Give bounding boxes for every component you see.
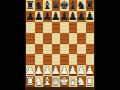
square-h2[interactable]: ♟ [86, 65, 95, 76]
square-e8[interactable]: ♚ [60, 0, 69, 11]
piece-white-pawn: ♟ [77, 65, 86, 76]
piece-white-knight: ♞ [77, 76, 86, 87]
square-f8[interactable]: ♝ [69, 0, 78, 11]
square-d2[interactable]: ♟ [52, 65, 61, 76]
piece-white-pawn: ♟ [52, 65, 61, 76]
square-a2[interactable]: ♟ [26, 65, 35, 76]
piece-black-pawn: ♟ [26, 11, 35, 22]
square-b6[interactable] [35, 22, 44, 33]
square-e4[interactable] [60, 44, 69, 55]
square-g2[interactable]: ♟ [77, 65, 86, 76]
square-a5[interactable] [26, 33, 35, 44]
piece-black-knight: ♞ [35, 0, 44, 11]
square-f1[interactable]: ♝ [69, 76, 78, 87]
square-g1[interactable]: ♞ [77, 76, 86, 87]
square-f7[interactable]: ♟ [69, 11, 78, 22]
piece-black-bishop: ♝ [43, 0, 52, 11]
square-h6[interactable] [86, 22, 95, 33]
piece-black-knight: ♞ [77, 0, 86, 11]
piece-black-queen: ♛ [52, 0, 61, 11]
square-d5[interactable] [52, 33, 61, 44]
square-d7[interactable]: ♟ [52, 11, 61, 22]
square-e7[interactable]: ♟ [60, 11, 69, 22]
square-c4[interactable] [43, 44, 52, 55]
square-h3[interactable] [86, 54, 95, 65]
square-e5[interactable] [60, 33, 69, 44]
square-h1[interactable]: ♜ [86, 76, 95, 87]
square-h5[interactable] [86, 33, 95, 44]
square-a7[interactable]: ♟ [26, 11, 35, 22]
chess-board: ♜♞♝♛♚♝♞♜♟♟♟♟♟♟♟♟♟♟♟♟♟♟♟♟♜♞♝♛♚♝♞♜ [25, 0, 95, 90]
square-e2[interactable]: ♟ [60, 65, 69, 76]
piece-white-pawn: ♟ [69, 65, 78, 76]
square-c2[interactable]: ♟ [43, 65, 52, 76]
piece-black-pawn: ♟ [77, 11, 86, 22]
piece-black-pawn: ♟ [69, 11, 78, 22]
square-f2[interactable]: ♟ [69, 65, 78, 76]
square-c8[interactable]: ♝ [43, 0, 52, 11]
square-c7[interactable]: ♟ [43, 11, 52, 22]
piece-white-bishop: ♝ [43, 76, 52, 87]
square-d6[interactable] [52, 22, 61, 33]
square-b7[interactable]: ♟ [35, 11, 44, 22]
square-b2[interactable]: ♟ [35, 65, 44, 76]
piece-black-king: ♚ [60, 0, 69, 11]
square-f5[interactable] [69, 33, 78, 44]
piece-white-bishop: ♝ [69, 76, 78, 87]
piece-black-bishop: ♝ [69, 0, 78, 11]
piece-black-pawn: ♟ [43, 11, 52, 22]
piece-black-rook: ♜ [86, 0, 95, 11]
square-g3[interactable] [77, 54, 86, 65]
piece-black-pawn: ♟ [60, 11, 69, 22]
piece-black-pawn: ♟ [35, 11, 44, 22]
square-h7[interactable]: ♟ [86, 11, 95, 22]
square-g6[interactable] [77, 22, 86, 33]
square-b1[interactable]: ♞ [35, 76, 44, 87]
square-c6[interactable] [43, 22, 52, 33]
piece-black-rook: ♜ [26, 0, 35, 11]
square-d3[interactable] [52, 54, 61, 65]
piece-white-rook: ♜ [26, 76, 35, 87]
square-a4[interactable] [26, 44, 35, 55]
square-a8[interactable]: ♜ [26, 0, 35, 11]
square-b8[interactable]: ♞ [35, 0, 44, 11]
piece-white-pawn: ♟ [35, 65, 44, 76]
square-b5[interactable] [35, 33, 44, 44]
square-f4[interactable] [69, 44, 78, 55]
square-a1[interactable]: ♜ [26, 76, 35, 87]
square-d8[interactable]: ♛ [52, 0, 61, 11]
square-c5[interactable] [43, 33, 52, 44]
square-g7[interactable]: ♟ [77, 11, 86, 22]
square-d4[interactable] [52, 44, 61, 55]
app-background: ♜♞♝♛♚♝♞♜♟♟♟♟♟♟♟♟♟♟♟♟♟♟♟♟♜♞♝♛♚♝♞♜ [0, 0, 120, 90]
square-c1[interactable]: ♝ [43, 76, 52, 87]
piece-white-knight: ♞ [35, 76, 44, 87]
piece-white-pawn: ♟ [26, 65, 35, 76]
square-f6[interactable] [69, 22, 78, 33]
piece-white-queen: ♛ [52, 76, 61, 87]
square-g5[interactable] [77, 33, 86, 44]
square-a6[interactable] [26, 22, 35, 33]
piece-black-pawn: ♟ [52, 11, 61, 22]
piece-white-king: ♚ [60, 76, 69, 87]
square-a3[interactable] [26, 54, 35, 65]
piece-white-rook: ♜ [86, 76, 95, 87]
square-e3[interactable] [60, 54, 69, 65]
square-b3[interactable] [35, 54, 44, 65]
piece-white-pawn: ♟ [43, 65, 52, 76]
square-b4[interactable] [35, 44, 44, 55]
square-g8[interactable]: ♞ [77, 0, 86, 11]
piece-white-pawn: ♟ [86, 65, 95, 76]
square-f3[interactable] [69, 54, 78, 65]
square-h4[interactable] [86, 44, 95, 55]
square-h8[interactable]: ♜ [86, 0, 95, 11]
square-d1[interactable]: ♛ [52, 76, 61, 87]
square-e6[interactable] [60, 22, 69, 33]
square-g4[interactable] [77, 44, 86, 55]
piece-black-pawn: ♟ [86, 11, 95, 22]
square-e1[interactable]: ♚ [60, 76, 69, 87]
piece-white-pawn: ♟ [60, 65, 69, 76]
square-c3[interactable] [43, 54, 52, 65]
